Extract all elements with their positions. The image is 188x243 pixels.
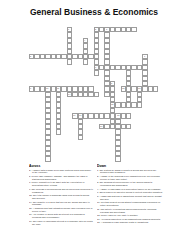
- clue-number: 5: [30, 55, 31, 57]
- clue-number: 12: [122, 87, 124, 89]
- clue-number: 15: [111, 103, 113, 105]
- clue-number: 7: [95, 66, 96, 68]
- grid-cell[interactable]: [131, 27, 136, 32]
- clue-number: 13: [138, 87, 140, 89]
- clue-number: 10: [46, 87, 48, 89]
- down-clue-item: 13. Money owed by one party to another.: [97, 214, 163, 217]
- down-header: Down: [97, 164, 163, 168]
- down-clues-section: Down 1. The system by which a country's …: [97, 164, 163, 243]
- page-title: General Business & Economics: [0, 7, 188, 17]
- crossword-grid: 12345678910111213141516171819: [29, 27, 158, 162]
- down-clue-item: 4. A share of ownership in a corporation…: [97, 188, 163, 191]
- clue-number: 4: [84, 39, 85, 41]
- clue-number: 1: [68, 28, 69, 30]
- clue-number: 3: [106, 28, 107, 30]
- clue-number: 8: [111, 82, 112, 84]
- grid-cell[interactable]: [153, 86, 158, 91]
- grid-cell[interactable]: [67, 59, 72, 64]
- clue-number: 2: [95, 28, 96, 30]
- clue-number: 9: [30, 87, 31, 89]
- grid-cell[interactable]: [126, 113, 131, 118]
- grid-cell[interactable]: [94, 92, 99, 97]
- empty-space: [153, 156, 158, 161]
- across-clues-section: Across 2. A market with a single seller …: [29, 164, 93, 243]
- across-clue-item: 2. A market with a single seller who con…: [29, 169, 93, 175]
- down-clue-item: 11. The activity of promoting and sellin…: [97, 208, 163, 214]
- across-clue-item: 7. Money committed to an asset with the …: [29, 181, 93, 187]
- clue-number: 17: [79, 114, 81, 116]
- grid-cell[interactable]: [83, 59, 88, 64]
- clue-number: 19: [100, 125, 102, 127]
- across-clue-item: 12. The total income a business earns fr…: [29, 194, 93, 200]
- across-clue-item: 19. The value of ownership interest in a…: [29, 220, 93, 226]
- grid-cell[interactable]: [45, 156, 50, 161]
- clue-number: 14: [68, 93, 70, 95]
- across-clue-item: 16. Any person or group with an interest…: [29, 213, 93, 219]
- down-clue-item: 8. A basic raw material or agricultural …: [97, 195, 163, 201]
- across-clue-item: 9. The process of moving goods and servi…: [29, 188, 93, 194]
- grid-cell[interactable]: [137, 102, 142, 107]
- down-clue-item: 17. An official inspection of an organiz…: [97, 218, 163, 221]
- clue-number: 16: [73, 114, 75, 116]
- down-clue-item: 2. A phase of the business cycle charact…: [97, 175, 163, 181]
- across-clue-item: 15. A financial plan that estimates inco…: [29, 207, 93, 213]
- down-clues-list: 1. The system by which a country's goods…: [97, 169, 163, 225]
- down-clue-item: 3. The growing interdependence of the wo…: [97, 181, 163, 187]
- grid-cell[interactable]: [78, 135, 83, 140]
- grid-cell[interactable]: [115, 156, 120, 161]
- down-clue-item: 18. A company's legal financial debts or…: [97, 221, 163, 224]
- across-clue-item: 5. People who organize, manage, and assu…: [29, 175, 93, 181]
- clue-number: 18: [117, 114, 119, 116]
- across-clues-list: 2. A market with a single seller who con…: [29, 169, 93, 226]
- clue-number: 6: [144, 55, 145, 57]
- across-header: Across: [29, 164, 93, 168]
- down-clue-item: 1. The system by which a country's goods…: [97, 169, 163, 175]
- down-clue-item: 10. Meeting present needs without compro…: [97, 201, 163, 207]
- grid-cell[interactable]: [94, 70, 99, 75]
- down-clue-item: 6. Taxes placed on imported goods to pro…: [97, 191, 163, 194]
- grid-cell[interactable]: [126, 124, 131, 129]
- across-clue-item: 14. The quantity of a good that buyers a…: [29, 201, 93, 207]
- clue-number: 11: [57, 87, 59, 89]
- grid-cell[interactable]: [56, 129, 61, 134]
